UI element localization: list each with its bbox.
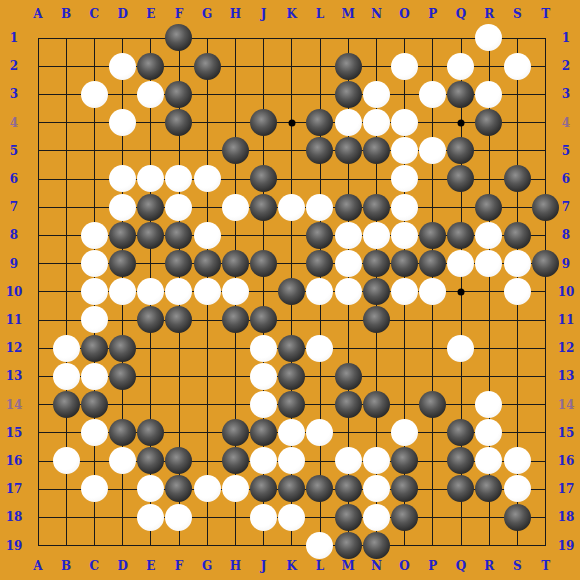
intersection-F19[interactable] <box>165 531 193 559</box>
intersection-D17[interactable] <box>108 475 136 503</box>
intersection-P17[interactable] <box>419 475 447 503</box>
intersection-A1[interactable] <box>24 24 52 52</box>
intersection-D9[interactable] <box>108 249 136 277</box>
intersection-S4[interactable] <box>503 108 531 136</box>
intersection-J14[interactable] <box>249 390 277 418</box>
intersection-Q14[interactable] <box>447 390 475 418</box>
intersection-R7[interactable] <box>475 193 503 221</box>
intersection-R18[interactable] <box>475 503 503 531</box>
intersection-A7[interactable] <box>24 193 52 221</box>
intersection-O12[interactable] <box>390 334 418 362</box>
intersection-R12[interactable] <box>475 334 503 362</box>
intersection-M5[interactable] <box>334 137 362 165</box>
intersection-M11[interactable] <box>334 306 362 334</box>
intersection-B19[interactable] <box>52 531 80 559</box>
intersection-R14[interactable] <box>475 390 503 418</box>
intersection-T13[interactable] <box>531 362 559 390</box>
intersection-E11[interactable] <box>137 306 165 334</box>
intersection-P11[interactable] <box>419 306 447 334</box>
intersection-S7[interactable] <box>503 193 531 221</box>
intersection-T2[interactable] <box>531 52 559 80</box>
intersection-K12[interactable] <box>278 334 306 362</box>
intersection-C7[interactable] <box>80 193 108 221</box>
intersection-A5[interactable] <box>24 137 52 165</box>
intersection-R4[interactable] <box>475 108 503 136</box>
intersection-O8[interactable] <box>390 221 418 249</box>
intersection-O3[interactable] <box>390 80 418 108</box>
intersection-B18[interactable] <box>52 503 80 531</box>
intersection-E7[interactable] <box>137 193 165 221</box>
intersection-K8[interactable] <box>278 221 306 249</box>
intersection-P10[interactable] <box>419 278 447 306</box>
intersection-M8[interactable] <box>334 221 362 249</box>
intersection-G2[interactable] <box>193 52 221 80</box>
intersection-Q1[interactable] <box>447 24 475 52</box>
intersection-E8[interactable] <box>137 221 165 249</box>
intersection-B1[interactable] <box>52 24 80 52</box>
intersection-F14[interactable] <box>165 390 193 418</box>
intersection-E5[interactable] <box>137 137 165 165</box>
intersection-O10[interactable] <box>390 278 418 306</box>
intersection-F8[interactable] <box>165 221 193 249</box>
intersection-L9[interactable] <box>306 249 334 277</box>
intersection-R6[interactable] <box>475 165 503 193</box>
intersection-B9[interactable] <box>52 249 80 277</box>
intersection-T12[interactable] <box>531 334 559 362</box>
intersection-D14[interactable] <box>108 390 136 418</box>
intersection-C2[interactable] <box>80 52 108 80</box>
intersection-E17[interactable] <box>137 475 165 503</box>
intersection-F17[interactable] <box>165 475 193 503</box>
intersection-P15[interactable] <box>419 419 447 447</box>
intersection-H4[interactable] <box>221 108 249 136</box>
intersection-M10[interactable] <box>334 278 362 306</box>
intersection-O4[interactable] <box>390 108 418 136</box>
intersection-J3[interactable] <box>249 80 277 108</box>
intersection-M1[interactable] <box>334 24 362 52</box>
intersection-K16[interactable] <box>278 447 306 475</box>
intersection-G10[interactable] <box>193 278 221 306</box>
intersection-F11[interactable] <box>165 306 193 334</box>
intersection-K18[interactable] <box>278 503 306 531</box>
intersection-B4[interactable] <box>52 108 80 136</box>
intersection-P3[interactable] <box>419 80 447 108</box>
intersection-G3[interactable] <box>193 80 221 108</box>
intersection-D8[interactable] <box>108 221 136 249</box>
intersection-H6[interactable] <box>221 165 249 193</box>
intersection-R9[interactable] <box>475 249 503 277</box>
intersection-A14[interactable] <box>24 390 52 418</box>
intersection-B7[interactable] <box>52 193 80 221</box>
intersection-T5[interactable] <box>531 137 559 165</box>
intersection-N10[interactable] <box>362 278 390 306</box>
intersection-S13[interactable] <box>503 362 531 390</box>
intersection-K13[interactable] <box>278 362 306 390</box>
intersection-G19[interactable] <box>193 531 221 559</box>
intersection-Q9[interactable] <box>447 249 475 277</box>
intersection-A9[interactable] <box>24 249 52 277</box>
intersection-B3[interactable] <box>52 80 80 108</box>
intersection-J2[interactable] <box>249 52 277 80</box>
intersection-R1[interactable] <box>475 24 503 52</box>
intersection-N6[interactable] <box>362 165 390 193</box>
intersection-B17[interactable] <box>52 475 80 503</box>
intersection-M13[interactable] <box>334 362 362 390</box>
intersection-F18[interactable] <box>165 503 193 531</box>
intersection-Q5[interactable] <box>447 137 475 165</box>
intersection-M19[interactable] <box>334 531 362 559</box>
intersection-N12[interactable] <box>362 334 390 362</box>
intersection-D4[interactable] <box>108 108 136 136</box>
intersection-Q18[interactable] <box>447 503 475 531</box>
intersection-M14[interactable] <box>334 390 362 418</box>
intersection-R16[interactable] <box>475 447 503 475</box>
intersection-J5[interactable] <box>249 137 277 165</box>
intersection-Q19[interactable] <box>447 531 475 559</box>
intersection-P1[interactable] <box>419 24 447 52</box>
intersection-R5[interactable] <box>475 137 503 165</box>
intersection-G15[interactable] <box>193 419 221 447</box>
intersection-G1[interactable] <box>193 24 221 52</box>
intersection-P8[interactable] <box>419 221 447 249</box>
intersection-D15[interactable] <box>108 419 136 447</box>
intersection-R19[interactable] <box>475 531 503 559</box>
intersection-E2[interactable] <box>137 52 165 80</box>
intersection-H7[interactable] <box>221 193 249 221</box>
intersection-O6[interactable] <box>390 165 418 193</box>
intersection-J11[interactable] <box>249 306 277 334</box>
intersection-N4[interactable] <box>362 108 390 136</box>
intersection-H12[interactable] <box>221 334 249 362</box>
intersection-C9[interactable] <box>80 249 108 277</box>
intersection-Q10[interactable] <box>447 278 475 306</box>
intersection-L8[interactable] <box>306 221 334 249</box>
intersection-T10[interactable] <box>531 278 559 306</box>
intersection-H2[interactable] <box>221 52 249 80</box>
intersection-S18[interactable] <box>503 503 531 531</box>
intersection-F2[interactable] <box>165 52 193 80</box>
intersection-A18[interactable] <box>24 503 52 531</box>
intersection-E14[interactable] <box>137 390 165 418</box>
intersection-J7[interactable] <box>249 193 277 221</box>
intersection-F6[interactable] <box>165 165 193 193</box>
intersection-N5[interactable] <box>362 137 390 165</box>
intersection-O17[interactable] <box>390 475 418 503</box>
intersection-T17[interactable] <box>531 475 559 503</box>
intersection-J19[interactable] <box>249 531 277 559</box>
intersection-C18[interactable] <box>80 503 108 531</box>
intersection-C1[interactable] <box>80 24 108 52</box>
intersection-P9[interactable] <box>419 249 447 277</box>
intersection-G7[interactable] <box>193 193 221 221</box>
intersection-Q6[interactable] <box>447 165 475 193</box>
intersection-S16[interactable] <box>503 447 531 475</box>
intersection-T8[interactable] <box>531 221 559 249</box>
intersection-L5[interactable] <box>306 137 334 165</box>
intersection-S19[interactable] <box>503 531 531 559</box>
intersection-S15[interactable] <box>503 419 531 447</box>
intersection-F9[interactable] <box>165 249 193 277</box>
intersection-T6[interactable] <box>531 165 559 193</box>
intersection-T11[interactable] <box>531 306 559 334</box>
intersection-P14[interactable] <box>419 390 447 418</box>
intersection-K2[interactable] <box>278 52 306 80</box>
intersection-A3[interactable] <box>24 80 52 108</box>
intersection-S3[interactable] <box>503 80 531 108</box>
intersection-F1[interactable] <box>165 24 193 52</box>
intersection-S12[interactable] <box>503 334 531 362</box>
intersection-A15[interactable] <box>24 419 52 447</box>
intersection-G16[interactable] <box>193 447 221 475</box>
intersection-J12[interactable] <box>249 334 277 362</box>
intersection-L6[interactable] <box>306 165 334 193</box>
intersection-J18[interactable] <box>249 503 277 531</box>
intersection-F10[interactable] <box>165 278 193 306</box>
intersection-S5[interactable] <box>503 137 531 165</box>
intersection-A6[interactable] <box>24 165 52 193</box>
intersection-H5[interactable] <box>221 137 249 165</box>
intersection-D2[interactable] <box>108 52 136 80</box>
intersection-R2[interactable] <box>475 52 503 80</box>
intersection-H3[interactable] <box>221 80 249 108</box>
intersection-E1[interactable] <box>137 24 165 52</box>
intersection-J15[interactable] <box>249 419 277 447</box>
intersection-H18[interactable] <box>221 503 249 531</box>
intersection-T14[interactable] <box>531 390 559 418</box>
intersection-C8[interactable] <box>80 221 108 249</box>
intersection-B8[interactable] <box>52 221 80 249</box>
intersection-T16[interactable] <box>531 447 559 475</box>
intersection-T4[interactable] <box>531 108 559 136</box>
intersection-H10[interactable] <box>221 278 249 306</box>
intersection-D7[interactable] <box>108 193 136 221</box>
intersection-C15[interactable] <box>80 419 108 447</box>
intersection-M3[interactable] <box>334 80 362 108</box>
intersection-O9[interactable] <box>390 249 418 277</box>
intersection-N13[interactable] <box>362 362 390 390</box>
intersection-G13[interactable] <box>193 362 221 390</box>
intersection-H9[interactable] <box>221 249 249 277</box>
intersection-B5[interactable] <box>52 137 80 165</box>
intersection-D13[interactable] <box>108 362 136 390</box>
intersection-L7[interactable] <box>306 193 334 221</box>
intersection-C5[interactable] <box>80 137 108 165</box>
intersection-N19[interactable] <box>362 531 390 559</box>
intersection-L4[interactable] <box>306 108 334 136</box>
intersection-L17[interactable] <box>306 475 334 503</box>
intersection-B16[interactable] <box>52 447 80 475</box>
intersection-E12[interactable] <box>137 334 165 362</box>
intersection-R11[interactable] <box>475 306 503 334</box>
intersection-D5[interactable] <box>108 137 136 165</box>
intersection-N16[interactable] <box>362 447 390 475</box>
intersection-A2[interactable] <box>24 52 52 80</box>
intersection-A12[interactable] <box>24 334 52 362</box>
intersection-E4[interactable] <box>137 108 165 136</box>
intersection-K3[interactable] <box>278 80 306 108</box>
intersection-P12[interactable] <box>419 334 447 362</box>
intersection-N1[interactable] <box>362 24 390 52</box>
intersection-P4[interactable] <box>419 108 447 136</box>
intersection-Q7[interactable] <box>447 193 475 221</box>
intersection-G18[interactable] <box>193 503 221 531</box>
intersection-C10[interactable] <box>80 278 108 306</box>
intersection-P2[interactable] <box>419 52 447 80</box>
intersection-R8[interactable] <box>475 221 503 249</box>
intersection-J1[interactable] <box>249 24 277 52</box>
intersection-F4[interactable] <box>165 108 193 136</box>
intersection-T7[interactable] <box>531 193 559 221</box>
intersection-D18[interactable] <box>108 503 136 531</box>
intersection-T19[interactable] <box>531 531 559 559</box>
intersection-H15[interactable] <box>221 419 249 447</box>
intersection-K9[interactable] <box>278 249 306 277</box>
intersection-D19[interactable] <box>108 531 136 559</box>
intersection-A11[interactable] <box>24 306 52 334</box>
intersection-F16[interactable] <box>165 447 193 475</box>
intersection-G11[interactable] <box>193 306 221 334</box>
intersection-F13[interactable] <box>165 362 193 390</box>
intersection-B2[interactable] <box>52 52 80 80</box>
intersection-T3[interactable] <box>531 80 559 108</box>
intersection-A4[interactable] <box>24 108 52 136</box>
intersection-O14[interactable] <box>390 390 418 418</box>
intersection-J8[interactable] <box>249 221 277 249</box>
intersection-F3[interactable] <box>165 80 193 108</box>
intersection-Q12[interactable] <box>447 334 475 362</box>
intersection-G8[interactable] <box>193 221 221 249</box>
intersection-M7[interactable] <box>334 193 362 221</box>
intersection-E19[interactable] <box>137 531 165 559</box>
intersection-K17[interactable] <box>278 475 306 503</box>
intersection-H13[interactable] <box>221 362 249 390</box>
intersection-M17[interactable] <box>334 475 362 503</box>
intersection-C16[interactable] <box>80 447 108 475</box>
intersection-L1[interactable] <box>306 24 334 52</box>
intersection-A8[interactable] <box>24 221 52 249</box>
intersection-M4[interactable] <box>334 108 362 136</box>
intersection-E3[interactable] <box>137 80 165 108</box>
intersection-B13[interactable] <box>52 362 80 390</box>
intersection-G17[interactable] <box>193 475 221 503</box>
intersection-L15[interactable] <box>306 419 334 447</box>
intersection-O13[interactable] <box>390 362 418 390</box>
intersection-G12[interactable] <box>193 334 221 362</box>
intersection-S9[interactable] <box>503 249 531 277</box>
intersection-C6[interactable] <box>80 165 108 193</box>
intersection-S1[interactable] <box>503 24 531 52</box>
intersection-N17[interactable] <box>362 475 390 503</box>
intersection-O16[interactable] <box>390 447 418 475</box>
intersection-S11[interactable] <box>503 306 531 334</box>
intersection-L2[interactable] <box>306 52 334 80</box>
intersection-C11[interactable] <box>80 306 108 334</box>
intersection-R3[interactable] <box>475 80 503 108</box>
intersection-F5[interactable] <box>165 137 193 165</box>
intersection-G14[interactable] <box>193 390 221 418</box>
intersection-F7[interactable] <box>165 193 193 221</box>
intersection-B11[interactable] <box>52 306 80 334</box>
intersection-R15[interactable] <box>475 419 503 447</box>
intersection-F12[interactable] <box>165 334 193 362</box>
intersection-N2[interactable] <box>362 52 390 80</box>
intersection-P5[interactable] <box>419 137 447 165</box>
intersection-K6[interactable] <box>278 165 306 193</box>
intersection-G4[interactable] <box>193 108 221 136</box>
intersection-B14[interactable] <box>52 390 80 418</box>
intersection-C4[interactable] <box>80 108 108 136</box>
intersection-B6[interactable] <box>52 165 80 193</box>
intersection-L10[interactable] <box>306 278 334 306</box>
intersection-J17[interactable] <box>249 475 277 503</box>
intersection-H8[interactable] <box>221 221 249 249</box>
intersection-M2[interactable] <box>334 52 362 80</box>
intersection-H14[interactable] <box>221 390 249 418</box>
intersection-J6[interactable] <box>249 165 277 193</box>
intersection-Q15[interactable] <box>447 419 475 447</box>
intersection-H1[interactable] <box>221 24 249 52</box>
intersection-T18[interactable] <box>531 503 559 531</box>
intersection-L13[interactable] <box>306 362 334 390</box>
intersection-H11[interactable] <box>221 306 249 334</box>
intersection-J13[interactable] <box>249 362 277 390</box>
intersection-E6[interactable] <box>137 165 165 193</box>
intersection-A13[interactable] <box>24 362 52 390</box>
intersection-E15[interactable] <box>137 419 165 447</box>
intersection-J10[interactable] <box>249 278 277 306</box>
intersection-P19[interactable] <box>419 531 447 559</box>
intersection-Q13[interactable] <box>447 362 475 390</box>
intersection-M18[interactable] <box>334 503 362 531</box>
intersection-O19[interactable] <box>390 531 418 559</box>
intersection-S10[interactable] <box>503 278 531 306</box>
intersection-N3[interactable] <box>362 80 390 108</box>
intersection-S14[interactable] <box>503 390 531 418</box>
intersection-E10[interactable] <box>137 278 165 306</box>
intersection-N14[interactable] <box>362 390 390 418</box>
intersection-B10[interactable] <box>52 278 80 306</box>
intersection-P16[interactable] <box>419 447 447 475</box>
intersection-C19[interactable] <box>80 531 108 559</box>
intersection-L18[interactable] <box>306 503 334 531</box>
intersection-J16[interactable] <box>249 447 277 475</box>
intersection-M16[interactable] <box>334 447 362 475</box>
intersection-R17[interactable] <box>475 475 503 503</box>
intersection-A16[interactable] <box>24 447 52 475</box>
intersection-N8[interactable] <box>362 221 390 249</box>
intersection-C3[interactable] <box>80 80 108 108</box>
intersection-M6[interactable] <box>334 165 362 193</box>
intersection-M15[interactable] <box>334 419 362 447</box>
intersection-O11[interactable] <box>390 306 418 334</box>
intersection-K1[interactable] <box>278 24 306 52</box>
intersection-K5[interactable] <box>278 137 306 165</box>
intersection-N9[interactable] <box>362 249 390 277</box>
intersection-C12[interactable] <box>80 334 108 362</box>
intersection-L16[interactable] <box>306 447 334 475</box>
intersection-P6[interactable] <box>419 165 447 193</box>
intersection-Q16[interactable] <box>447 447 475 475</box>
intersection-D1[interactable] <box>108 24 136 52</box>
intersection-D11[interactable] <box>108 306 136 334</box>
intersection-D12[interactable] <box>108 334 136 362</box>
intersection-Q17[interactable] <box>447 475 475 503</box>
intersection-K19[interactable] <box>278 531 306 559</box>
intersection-A17[interactable] <box>24 475 52 503</box>
intersection-O1[interactable] <box>390 24 418 52</box>
intersection-E16[interactable] <box>137 447 165 475</box>
intersection-L3[interactable] <box>306 80 334 108</box>
